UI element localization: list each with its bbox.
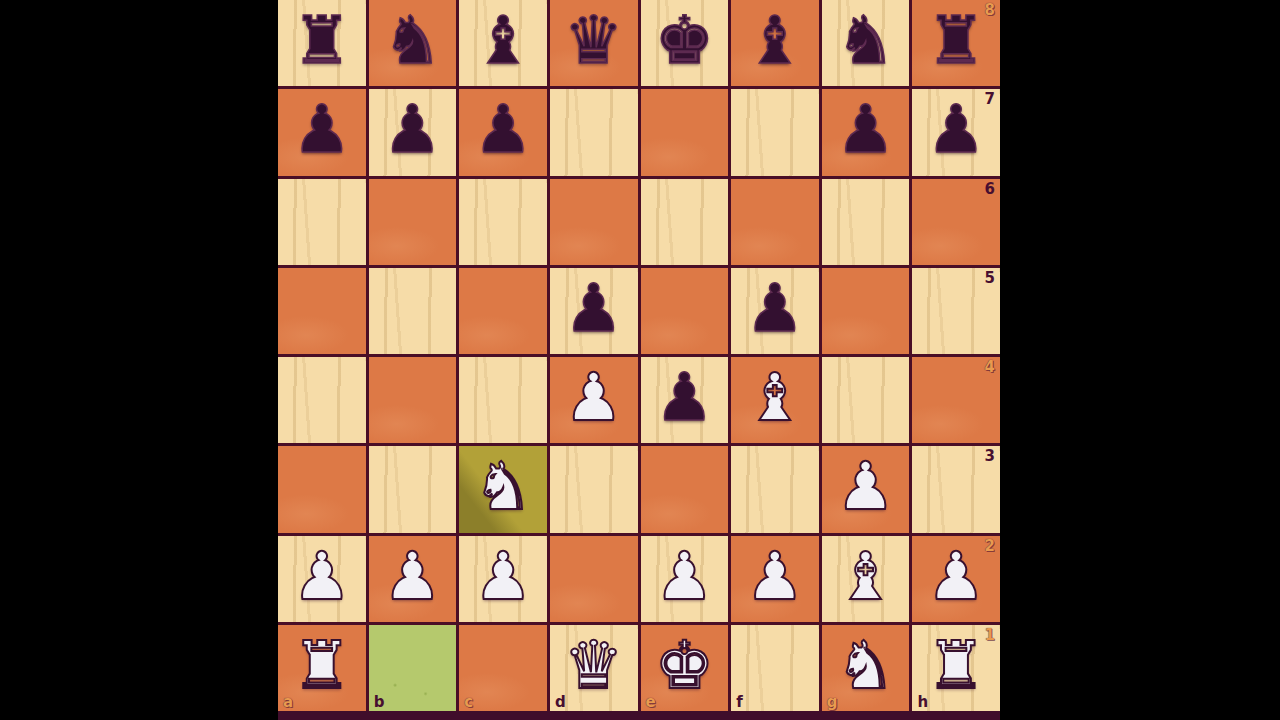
square-c5[interactable] [459, 268, 547, 354]
square-a3[interactable] [278, 446, 366, 532]
piece-white-pawn[interactable]: ♟ [927, 544, 986, 610]
piece-black-knight[interactable]: ♞ [383, 8, 442, 74]
square-e3[interactable] [641, 446, 729, 532]
square-e1[interactable]: ♚e [641, 625, 729, 711]
square-h7[interactable]: ♟7 [912, 89, 1000, 175]
square-h6[interactable]: 6 [912, 179, 1000, 265]
square-c2[interactable]: ♟ [459, 536, 547, 622]
square-g6[interactable] [822, 179, 910, 265]
square-h5[interactable]: 5 [912, 268, 1000, 354]
square-b2[interactable]: ♟ [369, 536, 457, 622]
piece-white-queen[interactable]: ♛ [564, 633, 623, 699]
file-label-a: a [283, 693, 293, 711]
square-g4[interactable] [822, 357, 910, 443]
square-f4[interactable]: ♝ [731, 357, 819, 443]
letterbox-right [1000, 0, 1280, 720]
rank-label-1: 1 [985, 626, 995, 644]
square-g8[interactable]: ♞ [822, 0, 910, 86]
square-a5[interactable] [278, 268, 366, 354]
piece-white-rook[interactable]: ♜ [292, 633, 351, 699]
square-h1[interactable]: ♜1h [912, 625, 1000, 711]
square-h3[interactable]: 3 [912, 446, 1000, 532]
square-g3[interactable]: ♟ [822, 446, 910, 532]
piece-black-pawn[interactable]: ♟ [655, 365, 714, 431]
chess-board-frame: ♜♞♝♛♚♝♞♜8♟♟♟♟♟76♟♟5♟♟♝4♞♟3♟♟♟♟♟♝♟2♜abc♛d… [278, 0, 1000, 720]
square-b7[interactable]: ♟ [369, 89, 457, 175]
piece-black-bishop[interactable]: ♝ [745, 8, 804, 74]
piece-white-king[interactable]: ♚ [655, 633, 714, 699]
square-a4[interactable] [278, 357, 366, 443]
square-b6[interactable] [369, 179, 457, 265]
piece-white-pawn[interactable]: ♟ [836, 454, 895, 520]
square-c7[interactable]: ♟ [459, 89, 547, 175]
piece-black-pawn[interactable]: ♟ [745, 276, 804, 342]
square-c3[interactable]: ♞ [459, 446, 547, 532]
piece-white-pawn[interactable]: ♟ [745, 544, 804, 610]
square-a1[interactable]: ♜a [278, 625, 366, 711]
square-f3[interactable] [731, 446, 819, 532]
file-label-g: g [827, 693, 838, 711]
piece-white-pawn[interactable]: ♟ [383, 544, 442, 610]
piece-black-pawn[interactable]: ♟ [927, 97, 986, 163]
piece-black-rook[interactable]: ♜ [927, 8, 986, 74]
piece-white-knight[interactable]: ♞ [836, 633, 895, 699]
square-e6[interactable] [641, 179, 729, 265]
piece-white-bishop[interactable]: ♝ [745, 365, 804, 431]
square-b5[interactable] [369, 268, 457, 354]
square-a6[interactable] [278, 179, 366, 265]
letterbox-left [0, 0, 278, 720]
piece-white-bishop[interactable]: ♝ [836, 544, 895, 610]
piece-black-pawn[interactable]: ♟ [564, 276, 623, 342]
rank-label-2: 2 [985, 537, 995, 555]
square-e8[interactable]: ♚ [641, 0, 729, 86]
piece-black-king[interactable]: ♚ [655, 8, 714, 74]
square-c8[interactable]: ♝ [459, 0, 547, 86]
square-b4[interactable] [369, 357, 457, 443]
file-label-d: d [555, 693, 566, 711]
square-a7[interactable]: ♟ [278, 89, 366, 175]
square-d4[interactable]: ♟ [550, 357, 638, 443]
square-a2[interactable]: ♟ [278, 536, 366, 622]
rank-label-5: 5 [985, 269, 995, 287]
file-label-c: c [464, 693, 473, 711]
square-c4[interactable] [459, 357, 547, 443]
square-d8[interactable]: ♛ [550, 0, 638, 86]
piece-black-queen[interactable]: ♛ [564, 8, 623, 74]
rank-label-3: 3 [985, 447, 995, 465]
piece-black-pawn[interactable]: ♟ [836, 97, 895, 163]
square-a8[interactable]: ♜ [278, 0, 366, 86]
piece-white-rook[interactable]: ♜ [927, 633, 986, 699]
piece-white-pawn[interactable]: ♟ [655, 544, 714, 610]
piece-white-pawn[interactable]: ♟ [564, 365, 623, 431]
square-d7[interactable] [550, 89, 638, 175]
square-g2[interactable]: ♝ [822, 536, 910, 622]
square-d1[interactable]: ♛d [550, 625, 638, 711]
square-h2[interactable]: ♟2 [912, 536, 1000, 622]
file-label-f: f [736, 693, 743, 711]
square-b1[interactable]: b [369, 625, 457, 711]
square-b8[interactable]: ♞ [369, 0, 457, 86]
piece-black-pawn[interactable]: ♟ [383, 97, 442, 163]
piece-black-pawn[interactable]: ♟ [473, 97, 532, 163]
square-f1[interactable]: f [731, 625, 819, 711]
square-f2[interactable]: ♟ [731, 536, 819, 622]
piece-black-bishop[interactable]: ♝ [473, 8, 532, 74]
square-f6[interactable] [731, 179, 819, 265]
piece-black-pawn[interactable]: ♟ [292, 97, 351, 163]
square-e5[interactable] [641, 268, 729, 354]
square-f5[interactable]: ♟ [731, 268, 819, 354]
square-h4[interactable]: 4 [912, 357, 1000, 443]
square-f8[interactable]: ♝ [731, 0, 819, 86]
file-label-h: h [917, 693, 928, 711]
square-g1[interactable]: ♞g [822, 625, 910, 711]
square-g7[interactable]: ♟ [822, 89, 910, 175]
square-d5[interactable]: ♟ [550, 268, 638, 354]
square-h8[interactable]: ♜8 [912, 0, 1000, 86]
square-d6[interactable] [550, 179, 638, 265]
square-c1[interactable]: c [459, 625, 547, 711]
piece-white-pawn[interactable]: ♟ [473, 544, 532, 610]
square-e4[interactable]: ♟ [641, 357, 729, 443]
square-c6[interactable] [459, 179, 547, 265]
square-e2[interactable]: ♟ [641, 536, 729, 622]
rank-label-4: 4 [985, 358, 995, 376]
square-d2[interactable] [550, 536, 638, 622]
square-g5[interactable] [822, 268, 910, 354]
rank-label-8: 8 [985, 1, 995, 19]
piece-white-pawn[interactable]: ♟ [292, 544, 351, 610]
rank-label-7: 7 [985, 90, 995, 108]
file-label-e: e [646, 693, 656, 711]
piece-white-knight[interactable]: ♞ [473, 454, 532, 520]
file-label-b: b [374, 693, 385, 711]
chess-board: ♜♞♝♛♚♝♞♜8♟♟♟♟♟76♟♟5♟♟♝4♞♟3♟♟♟♟♟♝♟2♜abc♛d… [278, 0, 1000, 711]
square-d3[interactable] [550, 446, 638, 532]
piece-black-knight[interactable]: ♞ [836, 8, 895, 74]
square-b3[interactable] [369, 446, 457, 532]
square-e7[interactable] [641, 89, 729, 175]
square-f7[interactable] [731, 89, 819, 175]
rank-label-6: 6 [985, 180, 995, 198]
piece-black-rook[interactable]: ♜ [292, 8, 351, 74]
